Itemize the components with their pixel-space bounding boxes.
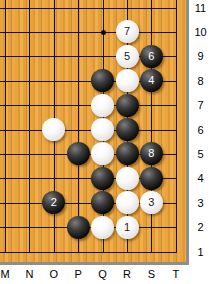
go-diagram: 75648231 1110987654321 MNOPQRST (0, 0, 212, 284)
stone-white-q6[interactable] (91, 118, 114, 141)
col-label-T: T (164, 265, 188, 284)
grid-line-col-N (29, 0, 30, 253)
row-label-11: 11 (189, 0, 212, 16)
stone-black-r7[interactable] (116, 94, 139, 117)
stone-white-q5[interactable] (91, 142, 114, 165)
stone-white-s3[interactable]: 3 (140, 191, 163, 214)
stone-move-number: 4 (148, 75, 154, 86)
stone-white-q7[interactable] (91, 94, 114, 117)
row-label-9: 9 (189, 48, 212, 64)
go-board[interactable]: 75648231 (0, 0, 189, 265)
col-label-R: R (115, 265, 139, 284)
stone-move-number: 7 (124, 26, 130, 37)
stone-white-r10[interactable]: 7 (116, 20, 139, 43)
grid-line-col-T (176, 0, 177, 253)
stone-black-r5[interactable] (116, 142, 139, 165)
col-label-S: S (139, 265, 163, 284)
row-label-5: 5 (189, 146, 212, 162)
row-label-1: 1 (189, 244, 212, 260)
row-label-2: 2 (189, 219, 212, 235)
stone-black-s8[interactable]: 4 (140, 69, 163, 92)
col-label-P: P (66, 265, 90, 284)
stone-white-r3[interactable] (116, 191, 139, 214)
row-label-7: 7 (189, 97, 212, 113)
stone-move-number: 6 (148, 51, 154, 62)
col-label-M: M (0, 265, 17, 284)
grid-line-row-7 (0, 105, 177, 106)
stone-black-q8[interactable] (91, 69, 114, 92)
stone-move-number: 2 (51, 197, 57, 208)
stone-white-q2[interactable] (91, 216, 114, 239)
row-label-8: 8 (189, 73, 212, 89)
grid-line-row-10 (0, 32, 177, 33)
stone-white-r2[interactable]: 1 (116, 216, 139, 239)
star-point-q10 (101, 30, 106, 35)
stone-move-number: 1 (124, 222, 130, 233)
grid-line-col-P (78, 0, 79, 253)
grid-line-row-1 (0, 252, 177, 253)
col-label-O: O (42, 265, 66, 284)
stone-white-r9[interactable]: 5 (116, 45, 139, 68)
grid-line-col-M (5, 0, 6, 253)
stone-black-s4[interactable] (140, 167, 163, 190)
stone-black-p5[interactable] (67, 142, 90, 165)
stone-white-o6[interactable] (42, 118, 65, 141)
stone-black-q3[interactable] (91, 191, 114, 214)
stone-move-number: 3 (148, 197, 154, 208)
stone-black-o3[interactable]: 2 (42, 191, 65, 214)
row-coordinate-labels: 1110987654321 (189, 0, 212, 265)
grid-line-row-6 (0, 130, 177, 131)
row-label-6: 6 (189, 122, 212, 138)
stone-move-number: 5 (124, 51, 130, 62)
grid-line-col-S (151, 0, 152, 253)
stone-black-q4[interactable] (91, 167, 114, 190)
row-label-3: 3 (189, 195, 212, 211)
row-label-4: 4 (189, 170, 212, 186)
stone-move-number: 8 (148, 148, 154, 159)
col-label-Q: Q (91, 265, 115, 284)
stone-black-s5[interactable]: 8 (140, 142, 163, 165)
stone-black-r6[interactable] (116, 118, 139, 141)
grid-line-row-11 (0, 8, 177, 9)
column-coordinate-labels: MNOPQRST (0, 265, 189, 284)
stone-black-p2[interactable] (67, 216, 90, 239)
row-label-10: 10 (189, 24, 212, 40)
stone-white-r4[interactable] (116, 167, 139, 190)
stone-black-s9[interactable]: 6 (140, 45, 163, 68)
col-label-N: N (17, 265, 41, 284)
stone-white-r8[interactable] (116, 69, 139, 92)
